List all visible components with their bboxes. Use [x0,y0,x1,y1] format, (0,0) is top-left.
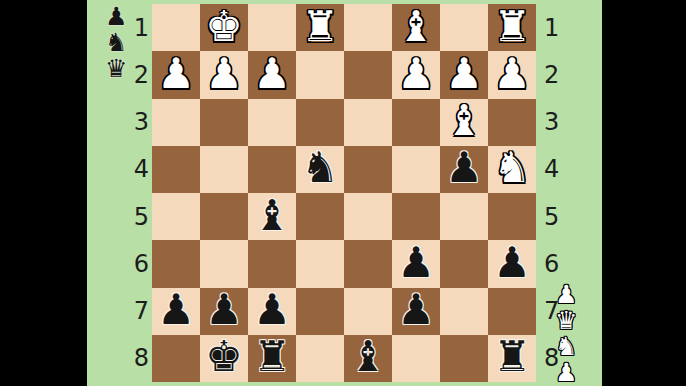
square-c6[interactable]: ♟ [392,240,440,287]
square-d2[interactable] [344,51,392,98]
square-e7[interactable] [296,288,344,335]
square-a4[interactable]: ♞ [488,146,536,193]
square-c7[interactable]: ♟ [392,288,440,335]
square-h6[interactable] [152,240,200,287]
rank-label-4: 4 [123,146,149,193]
captured-white-pawn-icon: ♟ [555,282,577,308]
black-pawn: ♟ [253,289,291,331]
black-bishop: ♝ [253,195,291,237]
chess-board[interactable]: ♚♜♝♜♟♟♟♟♟♟♝♞♟♞♝♟♟♟♟♟♟♚♜♝♜ [152,4,536,382]
square-g1[interactable]: ♚ [200,4,248,51]
square-a2[interactable]: ♟ [488,51,536,98]
white-bishop: ♝ [397,6,435,48]
captured-white-knight-icon: ♞ [555,334,577,360]
rank-label-2: 2 [123,51,149,98]
black-pawn: ♟ [397,242,435,284]
square-g3[interactable] [200,99,248,146]
black-knight: ♞ [301,147,339,189]
square-b7[interactable] [440,288,488,335]
square-a8[interactable]: ♜ [488,335,536,382]
black-rook: ♜ [493,336,531,378]
square-e5[interactable] [296,193,344,240]
square-e8[interactable] [296,335,344,382]
black-king: ♚ [205,336,243,378]
square-c1[interactable]: ♝ [392,4,440,51]
rank-labels-left: 12345678 [123,4,149,382]
square-f5[interactable]: ♝ [248,193,296,240]
white-rook: ♜ [301,6,339,48]
rank-label-1: 1 [544,4,570,51]
square-d7[interactable] [344,288,392,335]
square-h8[interactable] [152,335,200,382]
square-h5[interactable] [152,193,200,240]
square-f4[interactable] [248,146,296,193]
white-rook: ♜ [493,6,531,48]
square-h7[interactable]: ♟ [152,288,200,335]
square-d4[interactable] [344,146,392,193]
rank-label-5: 5 [123,193,149,240]
white-pawn: ♟ [253,53,291,95]
square-f2[interactable]: ♟ [248,51,296,98]
square-a6[interactable]: ♟ [488,240,536,287]
square-f8[interactable]: ♜ [248,335,296,382]
square-a5[interactable] [488,193,536,240]
square-c2[interactable]: ♟ [392,51,440,98]
square-f6[interactable] [248,240,296,287]
square-f3[interactable] [248,99,296,146]
square-b1[interactable] [440,4,488,51]
square-g5[interactable] [200,193,248,240]
square-a1[interactable]: ♜ [488,4,536,51]
square-e3[interactable] [296,99,344,146]
square-c3[interactable] [392,99,440,146]
square-b2[interactable]: ♟ [440,51,488,98]
square-d6[interactable] [344,240,392,287]
black-rook: ♜ [253,336,291,378]
black-pawn: ♟ [397,289,435,331]
square-c8[interactable] [392,335,440,382]
black-pawn: ♟ [157,289,195,331]
square-g8[interactable]: ♚ [200,335,248,382]
square-e6[interactable] [296,240,344,287]
letterbox-left [0,0,87,386]
rank-label-8: 8 [123,335,149,382]
square-c4[interactable] [392,146,440,193]
captured-white-pieces-tray: ♟♛♞♟ [555,282,577,386]
white-pawn: ♟ [445,53,483,95]
square-e1[interactable]: ♜ [296,4,344,51]
letterbox-right [602,0,686,386]
square-g6[interactable] [200,240,248,287]
white-bishop: ♝ [445,100,483,142]
white-pawn: ♟ [397,53,435,95]
white-pawn: ♟ [493,53,531,95]
square-b4[interactable]: ♟ [440,146,488,193]
square-g2[interactable]: ♟ [200,51,248,98]
rank-label-1: 1 [123,4,149,51]
square-h1[interactable] [152,4,200,51]
square-d8[interactable]: ♝ [344,335,392,382]
captured-white-queen-icon: ♛ [555,308,577,334]
square-b5[interactable] [440,193,488,240]
black-pawn: ♟ [493,242,531,284]
square-g4[interactable] [200,146,248,193]
rank-label-4: 4 [544,146,570,193]
captured-white-pawn-icon: ♟ [555,360,577,386]
black-pawn: ♟ [445,147,483,189]
rank-label-2: 2 [544,51,570,98]
square-d5[interactable] [344,193,392,240]
black-bishop: ♝ [349,336,387,378]
square-e2[interactable] [296,51,344,98]
black-pawn: ♟ [205,289,243,331]
rank-label-3: 3 [544,99,570,146]
white-king: ♚ [205,6,243,48]
rank-label-7: 7 [123,288,149,335]
square-a7[interactable] [488,288,536,335]
square-h4[interactable] [152,146,200,193]
square-e4[interactable]: ♞ [296,146,344,193]
rank-label-3: 3 [123,99,149,146]
square-h2[interactable]: ♟ [152,51,200,98]
game-stage: ♟♞♛ 12345678 ♚♜♝♜♟♟♟♟♟♟♝♞♟♞♝♟♟♟♟♟♟♚♜♝♜ 1… [87,0,602,386]
square-h3[interactable] [152,99,200,146]
square-f7[interactable]: ♟ [248,288,296,335]
square-b3[interactable]: ♝ [440,99,488,146]
rank-label-6: 6 [123,240,149,287]
white-knight: ♞ [493,147,531,189]
square-b6[interactable] [440,240,488,287]
white-pawn: ♟ [205,53,243,95]
square-d3[interactable] [344,99,392,146]
square-d1[interactable] [344,4,392,51]
square-f1[interactable] [248,4,296,51]
white-pawn: ♟ [157,53,195,95]
square-b8[interactable] [440,335,488,382]
square-a3[interactable] [488,99,536,146]
square-g7[interactable]: ♟ [200,288,248,335]
rank-label-5: 5 [544,193,570,240]
square-c5[interactable] [392,193,440,240]
